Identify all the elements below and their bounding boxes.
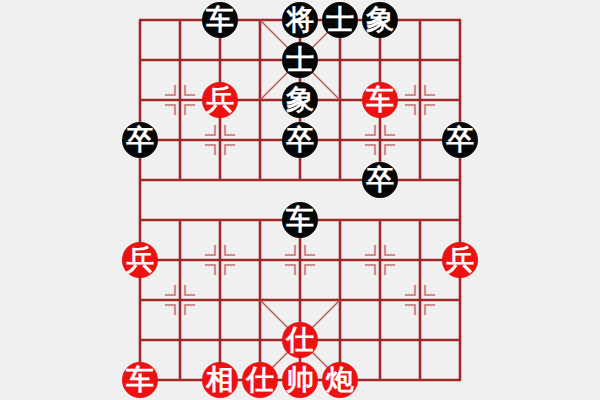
pieces-layer: 车将士象士兵象车卒卒卒卒车兵兵仕车相仕帅炮 [120,0,480,400]
point-0-9: 车 [120,360,160,400]
point-5-9: 炮 [320,360,360,400]
piece-black-pawn-3[interactable]: 卒 [442,122,478,158]
point-4-5: 车 [280,200,320,240]
point-4-9: 帅 [280,360,320,400]
point-2-2: 兵 [200,80,240,120]
point-3-9: 仕 [240,360,280,400]
piece-black-advisor-1[interactable]: 士 [322,2,358,38]
piece-black-pawn-1[interactable]: 卒 [122,122,158,158]
point-5-0: 士 [320,0,360,40]
point-4-0: 将 [280,0,320,40]
piece-red-elephant[interactable]: 相 [202,362,238,398]
xiangqi-board-diagram: 车将士象士兵象车卒卒卒卒车兵兵仕车相仕帅炮 [0,0,600,400]
piece-red-chariot-1[interactable]: 车 [362,82,398,118]
point-6-0: 象 [360,0,400,40]
piece-red-chariot-2[interactable]: 车 [122,362,158,398]
point-0-6: 兵 [120,240,160,280]
piece-black-pawn-4[interactable]: 卒 [362,162,398,198]
piece-black-general[interactable]: 将 [282,2,318,38]
point-8-6: 兵 [440,240,480,280]
piece-red-advisor-1[interactable]: 仕 [282,322,318,358]
piece-red-advisor-2[interactable]: 仕 [242,362,278,398]
point-6-4: 卒 [360,160,400,200]
point-8-3: 卒 [440,120,480,160]
piece-black-elephant-2[interactable]: 象 [282,82,318,118]
point-4-8: 仕 [280,320,320,360]
point-2-0: 车 [200,0,240,40]
point-2-9: 相 [200,360,240,400]
piece-red-pawn-1[interactable]: 兵 [202,82,238,118]
piece-red-pawn-3[interactable]: 兵 [442,242,478,278]
piece-black-chariot-1[interactable]: 车 [202,2,238,38]
piece-red-pawn-2[interactable]: 兵 [122,242,158,278]
point-4-1: 士 [280,40,320,80]
piece-black-advisor-2[interactable]: 士 [282,42,318,78]
piece-red-king[interactable]: 帅 [282,362,318,398]
piece-black-chariot-2[interactable]: 车 [282,202,318,238]
point-4-3: 卒 [280,120,320,160]
point-4-2: 象 [280,80,320,120]
piece-black-elephant-1[interactable]: 象 [362,2,398,38]
piece-red-cannon[interactable]: 炮 [322,362,358,398]
point-6-2: 车 [360,80,400,120]
piece-black-pawn-2[interactable]: 卒 [282,122,318,158]
point-0-3: 卒 [120,120,160,160]
